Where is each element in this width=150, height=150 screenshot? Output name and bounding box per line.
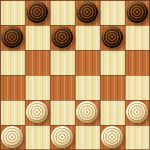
square-e1[interactable]: ⛀ bbox=[100, 125, 125, 150]
light-piece[interactable]: ⛀ bbox=[1, 126, 23, 148]
square-e3[interactable] bbox=[100, 75, 125, 100]
square-d6[interactable]: ⛂ bbox=[75, 0, 100, 25]
dark-piece[interactable]: ⛂ bbox=[51, 26, 73, 48]
square-a4[interactable] bbox=[0, 50, 25, 75]
light-piece[interactable]: ⛀ bbox=[26, 101, 48, 123]
square-b6[interactable]: ⛂ bbox=[25, 0, 50, 25]
square-c5[interactable]: ⛂ bbox=[50, 25, 75, 50]
square-c1[interactable]: ⛀ bbox=[50, 125, 75, 150]
square-e2[interactable] bbox=[100, 100, 125, 125]
square-b2[interactable]: ⛀ bbox=[25, 100, 50, 125]
square-f3[interactable] bbox=[125, 75, 150, 100]
square-a3[interactable] bbox=[0, 75, 25, 100]
square-f6[interactable]: ⛂ bbox=[125, 0, 150, 25]
square-f1[interactable] bbox=[125, 125, 150, 150]
square-b1[interactable] bbox=[25, 125, 50, 150]
square-c4[interactable] bbox=[50, 50, 75, 75]
square-e5[interactable]: ⛂ bbox=[100, 25, 125, 50]
square-d5[interactable] bbox=[75, 25, 100, 50]
square-a2[interactable] bbox=[0, 100, 25, 125]
light-piece[interactable]: ⛀ bbox=[51, 126, 73, 148]
square-f2[interactable]: ⛀ bbox=[125, 100, 150, 125]
light-piece[interactable]: ⛀ bbox=[101, 126, 123, 148]
dark-piece[interactable]: ⛂ bbox=[26, 1, 48, 23]
square-b4[interactable] bbox=[25, 50, 50, 75]
dark-piece[interactable]: ⛂ bbox=[76, 1, 98, 23]
square-d2[interactable]: ⛀ bbox=[75, 100, 100, 125]
square-f5[interactable] bbox=[125, 25, 150, 50]
checkers-board: ⛂⛂⛂⛂⛂⛂⛀⛀⛀⛀⛀⛀ bbox=[0, 0, 150, 150]
dark-piece[interactable]: ⛂ bbox=[1, 26, 23, 48]
square-a6[interactable] bbox=[0, 0, 25, 25]
dark-piece[interactable]: ⛂ bbox=[101, 26, 123, 48]
square-c6[interactable] bbox=[50, 0, 75, 25]
square-d1[interactable] bbox=[75, 125, 100, 150]
square-a1[interactable]: ⛀ bbox=[0, 125, 25, 150]
square-b3[interactable] bbox=[25, 75, 50, 100]
dark-piece[interactable]: ⛂ bbox=[126, 1, 148, 23]
light-piece[interactable]: ⛀ bbox=[76, 101, 98, 123]
square-c3[interactable] bbox=[50, 75, 75, 100]
square-d4[interactable] bbox=[75, 50, 100, 75]
square-e6[interactable] bbox=[100, 0, 125, 25]
square-f4[interactable] bbox=[125, 50, 150, 75]
square-b5[interactable] bbox=[25, 25, 50, 50]
light-piece[interactable]: ⛀ bbox=[126, 101, 148, 123]
square-c2[interactable] bbox=[50, 100, 75, 125]
square-d3[interactable] bbox=[75, 75, 100, 100]
square-e4[interactable] bbox=[100, 50, 125, 75]
square-a5[interactable]: ⛂ bbox=[0, 25, 25, 50]
